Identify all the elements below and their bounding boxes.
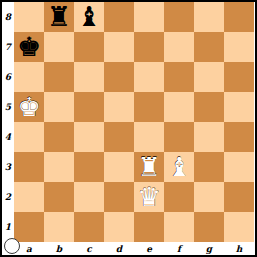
square-h6[interactable]	[224, 62, 254, 92]
rank-label-5: 5	[2, 92, 14, 122]
square-a3[interactable]	[14, 152, 44, 182]
square-e6[interactable]	[134, 62, 164, 92]
square-d5[interactable]	[104, 92, 134, 122]
square-h1[interactable]	[224, 212, 254, 242]
piece-white-king-a5[interactable]: ♚♔	[14, 92, 44, 122]
piece-black-king-a7[interactable]: ♚♚	[14, 32, 44, 62]
square-g6[interactable]	[194, 62, 224, 92]
square-c3[interactable]	[74, 152, 104, 182]
square-f1[interactable]	[164, 212, 194, 242]
rank-label-6: 6	[2, 62, 14, 92]
square-f3[interactable]: ♝♗	[164, 152, 194, 182]
square-c2[interactable]	[74, 182, 104, 212]
square-b8[interactable]: ♜♜	[44, 2, 74, 32]
square-a4[interactable]	[14, 122, 44, 152]
square-d3[interactable]	[104, 152, 134, 182]
square-e2[interactable]: ♛♕	[134, 182, 164, 212]
square-b1[interactable]	[44, 212, 74, 242]
square-e5[interactable]	[134, 92, 164, 122]
file-label-d: d	[104, 242, 134, 255]
piece-white-rook-e3[interactable]: ♜♖	[134, 152, 164, 182]
square-b2[interactable]	[44, 182, 74, 212]
square-e3[interactable]: ♜♖	[134, 152, 164, 182]
square-h3[interactable]	[224, 152, 254, 182]
piece-white-bishop-f3[interactable]: ♝♗	[164, 152, 194, 182]
square-b5[interactable]	[44, 92, 74, 122]
square-g2[interactable]	[194, 182, 224, 212]
square-g3[interactable]	[194, 152, 224, 182]
white-queen-fill-glyph: ♛	[135, 183, 164, 212]
square-f8[interactable]	[164, 2, 194, 32]
square-c1[interactable]	[74, 212, 104, 242]
file-label-f: f	[164, 242, 194, 255]
square-a1[interactable]	[14, 212, 44, 242]
file-label-e: e	[134, 242, 164, 255]
file-labels: abcdefgh	[14, 242, 254, 255]
rank-label-4: 4	[2, 122, 14, 152]
square-h2[interactable]	[224, 182, 254, 212]
chess-diagram: 87654321 ♜♜♝♝♚♚♚♔♜♖♝♗♛♕ abcdefgh	[0, 0, 257, 257]
square-d7[interactable]	[104, 32, 134, 62]
square-a2[interactable]	[14, 182, 44, 212]
square-c8[interactable]: ♝♝	[74, 2, 104, 32]
white-rook-fill-glyph: ♜	[135, 153, 164, 182]
square-a6[interactable]	[14, 62, 44, 92]
square-e8[interactable]	[134, 2, 164, 32]
rank-label-2: 2	[2, 182, 14, 212]
square-d6[interactable]	[104, 62, 134, 92]
square-e7[interactable]	[134, 32, 164, 62]
rank-label-7: 7	[2, 32, 14, 62]
square-b6[interactable]	[44, 62, 74, 92]
square-b7[interactable]	[44, 32, 74, 62]
white-bishop-fill-glyph: ♝	[165, 153, 194, 182]
white-king-fill-glyph: ♚	[15, 93, 44, 122]
white-to-move-indicator	[4, 238, 20, 254]
file-label-c: c	[74, 242, 104, 255]
square-a5[interactable]: ♚♔	[14, 92, 44, 122]
square-b4[interactable]	[44, 122, 74, 152]
rank-label-8: 8	[2, 2, 14, 32]
square-d2[interactable]	[104, 182, 134, 212]
square-h5[interactable]	[224, 92, 254, 122]
square-h4[interactable]	[224, 122, 254, 152]
piece-black-bishop-c8[interactable]: ♝♝	[74, 2, 104, 32]
square-f6[interactable]	[164, 62, 194, 92]
square-g8[interactable]	[194, 2, 224, 32]
square-g1[interactable]	[194, 212, 224, 242]
square-b3[interactable]	[44, 152, 74, 182]
square-d1[interactable]	[104, 212, 134, 242]
file-label-h: h	[224, 242, 254, 255]
square-c4[interactable]	[74, 122, 104, 152]
square-g5[interactable]	[194, 92, 224, 122]
square-c6[interactable]	[74, 62, 104, 92]
square-f7[interactable]	[164, 32, 194, 62]
black-rook-fill-glyph: ♜	[45, 3, 74, 32]
square-d4[interactable]	[104, 122, 134, 152]
square-f2[interactable]	[164, 182, 194, 212]
file-label-g: g	[194, 242, 224, 255]
square-d8[interactable]	[104, 2, 134, 32]
rank-labels: 87654321	[2, 2, 14, 242]
square-a7[interactable]: ♚♚	[14, 32, 44, 62]
black-king-fill-glyph: ♚	[15, 33, 44, 62]
square-e4[interactable]	[134, 122, 164, 152]
rank-label-3: 3	[2, 152, 14, 182]
square-a8[interactable]	[14, 2, 44, 32]
square-h7[interactable]	[224, 32, 254, 62]
piece-black-rook-b8[interactable]: ♜♜	[44, 2, 74, 32]
file-label-b: b	[44, 242, 74, 255]
chess-board: ♜♜♝♝♚♚♚♔♜♖♝♗♛♕	[14, 2, 254, 242]
black-bishop-fill-glyph: ♝	[75, 3, 104, 32]
square-g7[interactable]	[194, 32, 224, 62]
piece-white-queen-e2[interactable]: ♛♕	[134, 182, 164, 212]
square-g4[interactable]	[194, 122, 224, 152]
square-e1[interactable]	[134, 212, 164, 242]
square-f4[interactable]	[164, 122, 194, 152]
square-c5[interactable]	[74, 92, 104, 122]
square-h8[interactable]	[224, 2, 254, 32]
square-f5[interactable]	[164, 92, 194, 122]
square-c7[interactable]	[74, 32, 104, 62]
